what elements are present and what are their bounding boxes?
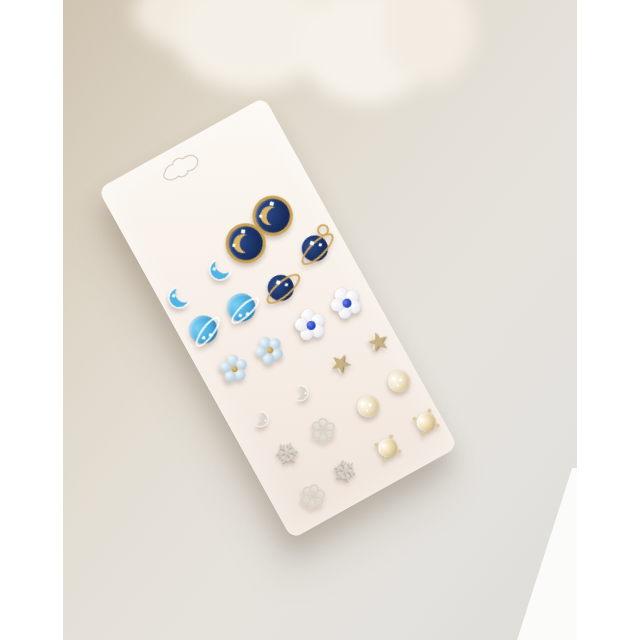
sparkle-dot [399, 378, 402, 381]
prong [420, 431, 425, 436]
star-dot [238, 314, 241, 317]
champagne-star-glyph: ★ [364, 326, 393, 356]
sparkle-dot [391, 377, 395, 381]
star-dot [202, 336, 205, 339]
prong [373, 442, 378, 447]
stud-opal-flower [219, 353, 250, 384]
champagne-star-glyph: ★ [323, 347, 357, 380]
sparkle-dot [381, 444, 384, 447]
sparkle-dot [368, 403, 371, 406]
prong [397, 449, 402, 454]
blurred-white-object [133, 0, 445, 120]
earring-display-card: ★★❄❄ [98, 97, 458, 539]
planet-ring [191, 313, 223, 350]
star-dot [241, 229, 246, 234]
gold-crescent-shape [236, 231, 262, 257]
prong [388, 434, 393, 439]
sparkle-dot [360, 402, 364, 406]
sparkle-dot [420, 418, 423, 421]
prong [412, 416, 417, 421]
sparkle-dot [366, 409, 368, 411]
table-edge-highlight [517, 468, 577, 640]
gold-crescent-shape [263, 204, 288, 229]
stud-champagne-star: ★ [322, 346, 357, 381]
star-dot [213, 267, 216, 270]
prong [427, 408, 432, 413]
stud-openwork-snowflake [306, 413, 340, 447]
silver-snowflake-glyph: ❄ [269, 434, 307, 473]
stud-crystal-cluster [384, 366, 414, 396]
stud-champagne-star: ★ [362, 326, 393, 357]
pave-crescent-shape [285, 383, 305, 403]
blue-crescent-shape [172, 281, 197, 306]
stud-opal-flower [251, 332, 288, 369]
sparkle-dot [305, 392, 307, 394]
gold-centre [231, 365, 238, 372]
stud-silver-snowflake: ❄ [267, 432, 309, 474]
stud-navy-saturn [291, 226, 339, 271]
stud-crystal-solitaire [375, 435, 401, 461]
stud-blue-crescent [164, 280, 195, 311]
stud-crystal-crescent [284, 379, 312, 407]
silver-snowflake-glyph: ❄ [330, 454, 362, 489]
stud-navy-saturn [257, 266, 304, 309]
star-dot [232, 243, 235, 246]
star-dot [270, 201, 275, 206]
stud-blue-planet [222, 288, 260, 326]
photo-backdrop: ★★❄❄ [63, 0, 577, 640]
hang-slot-outline [154, 146, 208, 190]
planet-ring [227, 293, 263, 327]
prong [435, 423, 440, 428]
photo-canvas: ★★❄❄ [0, 0, 640, 640]
stud-crystal-solitaire [413, 409, 439, 435]
stud-crystal-cluster [353, 391, 383, 421]
stud-silver-snowflake: ❄ [328, 453, 364, 489]
prong [382, 457, 387, 462]
stud-blue-planet [184, 310, 223, 349]
stud-crystal-crescent [245, 405, 271, 431]
stud-crystal-flower-sapphire [326, 283, 367, 324]
sparkle-dot [397, 384, 399, 386]
star-dot [259, 214, 262, 217]
pave-crescent-shape [246, 408, 264, 426]
stud-crystal-flower-sapphire [292, 307, 328, 343]
sparkle-dot [264, 420, 267, 423]
stud-openwork-snowflake [297, 481, 329, 513]
star-dot [172, 294, 175, 297]
